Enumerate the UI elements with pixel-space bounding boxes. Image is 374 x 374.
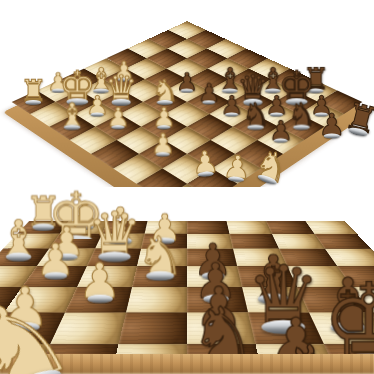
closeup-view: ♜♝♚♟♝♛♟♞♟♟♟♞♟♟♞♝♛♟♟♚♟♟♟♜♝ ♞	[0, 187, 374, 374]
piece-white-queen[interactable]: ♛	[105, 70, 137, 106]
square-a8[interactable]	[168, 21, 206, 39]
square-a5[interactable]	[187, 221, 229, 234]
piece-white-bishop[interactable]: ♝	[0, 214, 41, 263]
square-e4[interactable]	[126, 287, 187, 312]
piece-white-knight[interactable]: ♞	[137, 229, 185, 282]
square-c7[interactable]	[187, 48, 227, 68]
square-a7[interactable]	[266, 221, 314, 234]
aerial-scene: ♜♝♚♟♝♛♟♞♟♟♟♞♟♟♞♝♛♟♟♚♟♟♟♜♝	[0, 14, 374, 187]
square-a6[interactable]	[128, 39, 168, 58]
piece-white-pawn[interactable]: ♟	[107, 104, 130, 130]
square-d4[interactable]: ♞	[132, 266, 187, 287]
piece-black-pawn[interactable]: ♟	[269, 117, 293, 144]
square-a6[interactable]	[226, 221, 271, 234]
piece-white-rook[interactable]: ♜	[25, 191, 62, 233]
square-a7[interactable]	[148, 30, 187, 49]
piece-black-pawn[interactable]: ♟	[198, 80, 220, 105]
piece-white-pawn[interactable]: ♟	[151, 130, 176, 157]
square-b3[interactable]: ♝	[95, 234, 144, 249]
square-b1[interactable]	[3, 234, 59, 249]
square-f4[interactable]	[119, 312, 187, 344]
piece-black-knight[interactable]: ♞	[242, 99, 270, 130]
square-b8[interactable]	[187, 30, 226, 49]
piece-white-pawn[interactable]: ♟	[148, 208, 181, 245]
square-b5[interactable]	[187, 234, 233, 249]
piece-white-bishop[interactable]: ♝	[58, 99, 86, 130]
piece-white-pawn[interactable]: ♟	[69, 197, 100, 231]
aerial-view: ♜♝♚♟♝♛♟♞♟♟♟♞♟♟♞♝♛♟♟♚♟♟♟♜♝ ♞♟♟♜♟	[0, 14, 374, 187]
square-d8[interactable]	[227, 48, 267, 68]
square-b2[interactable]: ♚	[49, 234, 102, 249]
captured-white-pawn[interactable]: ♟	[222, 151, 252, 184]
square-c4[interactable]	[137, 249, 187, 266]
piece-white-pawn[interactable]: ♟	[79, 257, 122, 305]
square-c1[interactable]: ♝	[0, 249, 49, 266]
square-a2[interactable]: ♟	[60, 221, 108, 234]
piece-black-pawn[interactable]: ♟	[176, 69, 198, 93]
piece-white-rook[interactable]: ♜	[20, 76, 47, 106]
square-c8[interactable]	[207, 39, 247, 58]
piece-white-knight[interactable]: ♞	[152, 76, 179, 106]
square-b8[interactable]	[314, 234, 370, 249]
square-a5[interactable]	[106, 48, 146, 68]
square-a1[interactable]: ♜	[17, 221, 68, 234]
piece-white-pawn[interactable]: ♟	[86, 92, 109, 118]
square-b4[interactable]: ♟	[141, 234, 187, 249]
square-a3[interactable]	[102, 221, 147, 234]
captured-white-pawn[interactable]: ♟	[191, 147, 220, 179]
piece-white-bishop[interactable]: ♝	[101, 201, 141, 246]
piece-black-pawn[interactable]: ♟	[220, 92, 243, 118]
square-a4[interactable]	[145, 221, 187, 234]
square-a8[interactable]	[305, 221, 356, 234]
square-b6[interactable]	[147, 48, 187, 68]
square-b7[interactable]	[167, 39, 207, 58]
chess-set-render: ♜♝♚♟♝♛♟♞♟♟♟♞♟♟♞♝♛♟♟♚♟♟♟♜♝ ♞♟♟♜♟ ♜♝♚♟♝♛♟♞…	[0, 0, 374, 374]
chess-board-aerial: ♜♝♚♟♝♛♟♞♟♟♟♞♟♟♞♝♛♟♟♚♟♟♟♜♝	[12, 21, 363, 187]
piece-white-pawn[interactable]: ♟	[152, 104, 175, 130]
piece-white-king[interactable]: ♚	[48, 187, 106, 249]
captured-black-pawn[interactable]: ♟	[319, 110, 346, 140]
